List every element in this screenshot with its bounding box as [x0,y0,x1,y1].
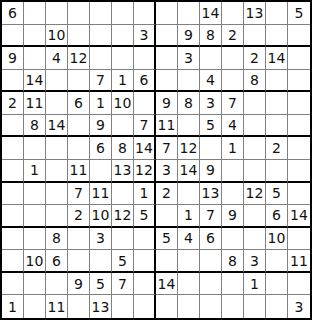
cell-r11c5[interactable]: 3 [90,228,112,251]
cell-r4c11[interactable] [222,70,244,93]
cell-r3c2[interactable] [24,47,46,70]
cell-r8c7[interactable]: 12 [134,160,156,183]
cell-r2c2[interactable] [24,25,46,48]
cell-r9c2[interactable] [24,183,46,206]
cell-r2c4[interactable] [68,25,90,48]
cell-r13c9[interactable] [178,273,200,296]
cell-r4c5[interactable]: 7 [90,70,112,93]
cell-r13c2[interactable] [24,273,46,296]
cell-r6c5[interactable]: 9 [90,115,112,138]
cell-r9c8[interactable]: 2 [156,183,178,206]
cell-r10c4[interactable]: 2 [68,205,90,228]
cell-r12c12[interactable]: 3 [244,250,266,273]
cell-r6c2[interactable]: 8 [24,115,46,138]
cell-r2c1[interactable] [2,25,24,48]
cell-r14c5[interactable]: 13 [90,295,112,318]
cell-r3c7[interactable] [134,47,156,70]
cell-r2c14[interactable] [288,25,310,48]
cell-r3c13[interactable]: 14 [266,47,288,70]
cell-r3c12[interactable]: 2 [244,47,266,70]
cell-r2c10[interactable]: 8 [200,25,222,48]
cell-r6c4[interactable] [68,115,90,138]
cell-r6c3[interactable]: 14 [46,115,68,138]
cell-r11c14[interactable] [288,228,310,251]
cell-r2c7[interactable]: 3 [134,25,156,48]
cell-r10c9[interactable]: 1 [178,205,200,228]
cell-r10c12[interactable] [244,205,266,228]
cell-r2c5[interactable] [90,25,112,48]
cell-r11c1[interactable] [2,228,24,251]
cell-r13c7[interactable] [134,273,156,296]
cell-r10c8[interactable] [156,205,178,228]
cell-r3c9[interactable]: 3 [178,47,200,70]
cell-r12c4[interactable] [68,250,90,273]
cell-r10c14[interactable]: 14 [288,205,310,228]
cell-r3c1[interactable]: 9 [2,47,24,70]
cell-r4c12[interactable]: 8 [244,70,266,93]
cell-r8c14[interactable] [288,160,310,183]
cell-r7c13[interactable]: 2 [266,137,288,160]
cell-r12c11[interactable]: 8 [222,250,244,273]
cell-r14c10[interactable] [200,295,222,318]
cell-r13c1[interactable] [2,273,24,296]
cell-r1c11[interactable] [222,2,244,25]
cell-r3c10[interactable] [200,47,222,70]
cell-r6c7[interactable]: 7 [134,115,156,138]
cell-r6c8[interactable]: 11 [156,115,178,138]
sudoku-board: 6141351039829412321414716482116110983781… [0,0,312,320]
cell-r12c9[interactable] [178,250,200,273]
cell-r14c9[interactable] [178,295,200,318]
cell-r5c10[interactable]: 3 [200,92,222,115]
cell-r4c3[interactable] [46,70,68,93]
cell-r2c6[interactable] [112,25,134,48]
cell-r4c2[interactable]: 14 [24,70,46,93]
cell-r14c6[interactable] [112,295,134,318]
cell-r8c9[interactable]: 14 [178,160,200,183]
cell-r9c6[interactable] [112,183,134,206]
cell-r8c8[interactable]: 3 [156,160,178,183]
cell-r3c3[interactable]: 4 [46,47,68,70]
cell-r8c12[interactable] [244,160,266,183]
cell-r5c1[interactable]: 2 [2,92,24,115]
cell-r9c11[interactable] [222,183,244,206]
cell-r11c7[interactable] [134,228,156,251]
cell-r5c2[interactable]: 11 [24,92,46,115]
cell-r12c7[interactable] [134,250,156,273]
cell-r7c5[interactable]: 6 [90,137,112,160]
cell-r11c13[interactable]: 10 [266,228,288,251]
cell-r9c5[interactable]: 11 [90,183,112,206]
cell-r13c11[interactable] [222,273,244,296]
cell-r7c12[interactable] [244,137,266,160]
cell-r2c3[interactable]: 10 [46,25,68,48]
cell-r4c10[interactable]: 4 [200,70,222,93]
cell-r7c6[interactable]: 8 [112,137,134,160]
cell-r4c13[interactable] [266,70,288,93]
cell-r6c1[interactable] [2,115,24,138]
cell-r11c12[interactable] [244,228,266,251]
cell-r7c4[interactable] [68,137,90,160]
cell-r6c10[interactable]: 5 [200,115,222,138]
cell-r3c4[interactable]: 12 [68,47,90,70]
cell-r4c9[interactable] [178,70,200,93]
cell-r11c9[interactable]: 4 [178,228,200,251]
cell-r10c1[interactable] [2,205,24,228]
cell-r1c2[interactable] [24,2,46,25]
cell-r12c1[interactable] [2,250,24,273]
cell-r1c4[interactable] [68,2,90,25]
cell-r10c3[interactable] [46,205,68,228]
cell-r10c5[interactable]: 10 [90,205,112,228]
cell-r7c3[interactable] [46,137,68,160]
cell-r8c5[interactable] [90,160,112,183]
cell-r8c3[interactable] [46,160,68,183]
cell-r3c11[interactable] [222,47,244,70]
cell-r1c6[interactable] [112,2,134,25]
cell-r6c14[interactable] [288,115,310,138]
cell-r4c8[interactable] [156,70,178,93]
cell-r1c3[interactable] [46,2,68,25]
cell-r14c7[interactable] [134,295,156,318]
cell-r10c11[interactable]: 9 [222,205,244,228]
cell-r6c6[interactable] [112,115,134,138]
cell-r4c7[interactable]: 6 [134,70,156,93]
cell-r1c8[interactable] [156,2,178,25]
cell-r2c8[interactable] [156,25,178,48]
cell-r5c12[interactable] [244,92,266,115]
cell-r10c10[interactable]: 7 [200,205,222,228]
cell-r12c3[interactable]: 6 [46,250,68,273]
cell-r6c11[interactable]: 4 [222,115,244,138]
cell-r2c9[interactable]: 9 [178,25,200,48]
cell-r5c11[interactable]: 7 [222,92,244,115]
cell-r13c6[interactable]: 7 [112,273,134,296]
cell-r11c8[interactable]: 5 [156,228,178,251]
cell-r1c1[interactable]: 6 [2,2,24,25]
cell-r8c4[interactable]: 11 [68,160,90,183]
cell-r8c11[interactable] [222,160,244,183]
cell-r1c9[interactable] [178,2,200,25]
cell-r5c8[interactable]: 9 [156,92,178,115]
cell-r13c12[interactable]: 1 [244,273,266,296]
cell-r13c13[interactable] [266,273,288,296]
cell-r7c9[interactable]: 12 [178,137,200,160]
cell-r12c8[interactable] [156,250,178,273]
cell-r12c13[interactable] [266,250,288,273]
cell-r10c13[interactable]: 6 [266,205,288,228]
cell-r7c8[interactable]: 7 [156,137,178,160]
cell-r11c2[interactable] [24,228,46,251]
cell-r6c9[interactable] [178,115,200,138]
cell-r9c4[interactable]: 7 [68,183,90,206]
cell-r12c10[interactable] [200,250,222,273]
cell-r14c3[interactable]: 11 [46,295,68,318]
cell-r1c5[interactable] [90,2,112,25]
cell-r5c13[interactable] [266,92,288,115]
cell-r2c13[interactable] [266,25,288,48]
cell-r5c3[interactable] [46,92,68,115]
cell-r5c9[interactable]: 8 [178,92,200,115]
cell-r8c6[interactable]: 13 [112,160,134,183]
cell-r7c2[interactable] [24,137,46,160]
cell-r7c7[interactable]: 14 [134,137,156,160]
cell-r8c2[interactable]: 1 [24,160,46,183]
cell-r14c4[interactable] [68,295,90,318]
cell-r9c7[interactable]: 1 [134,183,156,206]
cell-r12c14[interactable]: 11 [288,250,310,273]
cell-r9c14[interactable] [288,183,310,206]
cell-r1c10[interactable]: 14 [200,2,222,25]
cell-r4c14[interactable] [288,70,310,93]
cell-r7c1[interactable] [2,137,24,160]
cell-r14c12[interactable] [244,295,266,318]
cell-r9c13[interactable]: 5 [266,183,288,206]
cell-r10c2[interactable] [24,205,46,228]
cell-r9c9[interactable] [178,183,200,206]
cell-r4c6[interactable]: 1 [112,70,134,93]
cell-r9c10[interactable]: 13 [200,183,222,206]
cell-r8c10[interactable]: 9 [200,160,222,183]
cell-r1c14[interactable]: 5 [288,2,310,25]
cell-r5c6[interactable]: 10 [112,92,134,115]
cell-r13c10[interactable] [200,273,222,296]
cell-r5c7[interactable] [134,92,156,115]
cell-r14c1[interactable]: 1 [2,295,24,318]
cell-r7c14[interactable] [288,137,310,160]
cell-r4c1[interactable] [2,70,24,93]
cell-r14c2[interactable] [24,295,46,318]
cell-r3c8[interactable] [156,47,178,70]
cell-r9c12[interactable]: 12 [244,183,266,206]
cell-r11c11[interactable] [222,228,244,251]
cell-r2c12[interactable] [244,25,266,48]
cell-r5c14[interactable] [288,92,310,115]
cell-r6c13[interactable] [266,115,288,138]
cell-r11c10[interactable]: 6 [200,228,222,251]
cell-r8c1[interactable] [2,160,24,183]
cell-r13c14[interactable] [288,273,310,296]
cell-r11c6[interactable] [112,228,134,251]
cell-r6c12[interactable] [244,115,266,138]
cell-r8c13[interactable] [266,160,288,183]
cell-r13c4[interactable]: 9 [68,273,90,296]
cell-r4c4[interactable] [68,70,90,93]
cell-r13c8[interactable]: 14 [156,273,178,296]
cell-r13c3[interactable] [46,273,68,296]
cell-r12c5[interactable] [90,250,112,273]
cell-r9c1[interactable] [2,183,24,206]
cell-r10c6[interactable]: 12 [112,205,134,228]
cell-r12c6[interactable]: 5 [112,250,134,273]
cell-r7c11[interactable]: 1 [222,137,244,160]
cell-r5c4[interactable]: 6 [68,92,90,115]
cell-r13c5[interactable]: 5 [90,273,112,296]
cell-r5c5[interactable]: 1 [90,92,112,115]
cell-r3c14[interactable] [288,47,310,70]
cell-r14c13[interactable] [266,295,288,318]
cell-r11c4[interactable] [68,228,90,251]
cell-r1c12[interactable]: 13 [244,2,266,25]
cell-r1c7[interactable] [134,2,156,25]
cell-r14c14[interactable]: 3 [288,295,310,318]
cell-r1c13[interactable] [266,2,288,25]
cell-r14c11[interactable] [222,295,244,318]
cell-r9c3[interactable] [46,183,68,206]
cell-r10c7[interactable]: 5 [134,205,156,228]
cell-r11c3[interactable]: 8 [46,228,68,251]
cell-r2c11[interactable]: 2 [222,25,244,48]
cell-r3c6[interactable] [112,47,134,70]
cell-r3c5[interactable] [90,47,112,70]
cell-r14c8[interactable] [156,295,178,318]
cell-r7c10[interactable] [200,137,222,160]
cell-r12c2[interactable]: 10 [24,250,46,273]
